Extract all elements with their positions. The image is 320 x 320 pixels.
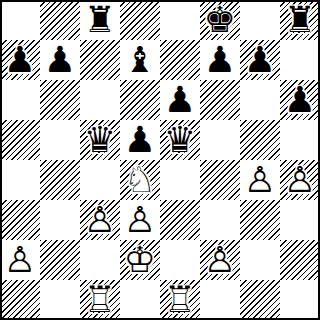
- square-c7[interactable]: [80, 40, 120, 80]
- black-pawn[interactable]: ♟♟: [160, 80, 200, 120]
- white-rook[interactable]: ♜♖: [160, 280, 200, 320]
- square-g1[interactable]: [240, 280, 280, 320]
- square-c6[interactable]: [80, 80, 120, 120]
- square-h2[interactable]: [280, 240, 320, 280]
- black-queen[interactable]: ♛♛: [80, 120, 120, 160]
- square-c3[interactable]: ♟♙: [80, 200, 120, 240]
- square-c4[interactable]: [80, 160, 120, 200]
- square-a1[interactable]: [0, 280, 40, 320]
- square-f1[interactable]: [200, 280, 240, 320]
- piece-glyph: ♜: [80, 0, 120, 40]
- piece-glyph: ♟: [0, 40, 40, 80]
- square-a5[interactable]: [0, 120, 40, 160]
- square-h8[interactable]: ♜♜: [280, 0, 320, 40]
- square-a2[interactable]: ♟♙: [0, 240, 40, 280]
- piece-glyph: ♙: [120, 200, 160, 240]
- white-pawn[interactable]: ♟♙: [80, 200, 120, 240]
- piece-glyph: ♝: [120, 40, 160, 80]
- square-c1[interactable]: ♜♖: [80, 280, 120, 320]
- piece-glyph: ♔: [120, 240, 160, 280]
- square-a6[interactable]: [0, 80, 40, 120]
- piece-glyph: ♛: [80, 120, 120, 160]
- square-e5[interactable]: ♛♛: [160, 120, 200, 160]
- piece-glyph: ♙: [200, 240, 240, 280]
- white-pawn[interactable]: ♟♙: [0, 240, 40, 280]
- square-f2[interactable]: ♟♙: [200, 240, 240, 280]
- black-pawn[interactable]: ♟♟: [120, 120, 160, 160]
- piece-glyph: ♜: [280, 0, 320, 40]
- square-c8[interactable]: ♜♜: [80, 0, 120, 40]
- square-e4[interactable]: [160, 160, 200, 200]
- square-d8[interactable]: [120, 0, 160, 40]
- piece-glyph: ♟: [280, 80, 320, 120]
- square-g2[interactable]: [240, 240, 280, 280]
- white-king[interactable]: ♚♔: [120, 240, 160, 280]
- square-f6[interactable]: [200, 80, 240, 120]
- square-b4[interactable]: [40, 160, 80, 200]
- black-pawn[interactable]: ♟♟: [240, 40, 280, 80]
- white-knight[interactable]: ♞♘: [120, 160, 160, 200]
- square-e1[interactable]: ♜♖: [160, 280, 200, 320]
- black-rook[interactable]: ♜♜: [80, 0, 120, 40]
- white-pawn[interactable]: ♟♙: [280, 160, 320, 200]
- square-a8[interactable]: [0, 0, 40, 40]
- square-h6[interactable]: ♟♟: [280, 80, 320, 120]
- square-a3[interactable]: [0, 200, 40, 240]
- square-e3[interactable]: [160, 200, 200, 240]
- square-g3[interactable]: [240, 200, 280, 240]
- square-g6[interactable]: [240, 80, 280, 120]
- square-d7[interactable]: ♝♝: [120, 40, 160, 80]
- square-d2[interactable]: ♚♔: [120, 240, 160, 280]
- black-pawn[interactable]: ♟♟: [200, 40, 240, 80]
- square-h5[interactable]: [280, 120, 320, 160]
- chess-board: ♜♜♚♚♜♜♟♟♟♟♝♝♟♟♟♟♟♟♟♟♛♛♟♟♛♛♞♘♟♙♟♙♟♙♟♙♟♙♚♔…: [0, 0, 320, 320]
- piece-glyph: ♚: [200, 0, 240, 40]
- square-b8[interactable]: [40, 0, 80, 40]
- square-e2[interactable]: [160, 240, 200, 280]
- chess-diagram: ♜♜♚♚♜♜♟♟♟♟♝♝♟♟♟♟♟♟♟♟♛♛♟♟♛♛♞♘♟♙♟♙♟♙♟♙♟♙♚♔…: [0, 0, 320, 320]
- square-d1[interactable]: [120, 280, 160, 320]
- square-f8[interactable]: ♚♚: [200, 0, 240, 40]
- square-d4[interactable]: ♞♘: [120, 160, 160, 200]
- piece-glyph: ♟: [240, 40, 280, 80]
- black-king[interactable]: ♚♚: [200, 0, 240, 40]
- square-a4[interactable]: [0, 160, 40, 200]
- piece-glyph: ♘: [120, 160, 160, 200]
- black-bishop[interactable]: ♝♝: [120, 40, 160, 80]
- square-b6[interactable]: [40, 80, 80, 120]
- white-pawn[interactable]: ♟♙: [200, 240, 240, 280]
- square-b5[interactable]: [40, 120, 80, 160]
- square-g4[interactable]: ♟♙: [240, 160, 280, 200]
- piece-glyph: ♟: [160, 80, 200, 120]
- square-d3[interactable]: ♟♙: [120, 200, 160, 240]
- square-c2[interactable]: [80, 240, 120, 280]
- black-rook[interactable]: ♜♜: [280, 0, 320, 40]
- square-e6[interactable]: ♟♟: [160, 80, 200, 120]
- square-h3[interactable]: [280, 200, 320, 240]
- black-pawn[interactable]: ♟♟: [280, 80, 320, 120]
- piece-glyph: ♖: [80, 280, 120, 320]
- square-f5[interactable]: [200, 120, 240, 160]
- piece-glyph: ♖: [160, 280, 200, 320]
- square-c5[interactable]: ♛♛: [80, 120, 120, 160]
- white-pawn[interactable]: ♟♙: [240, 160, 280, 200]
- white-pawn[interactable]: ♟♙: [120, 200, 160, 240]
- white-rook[interactable]: ♜♖: [80, 280, 120, 320]
- square-f7[interactable]: ♟♟: [200, 40, 240, 80]
- square-f3[interactable]: [200, 200, 240, 240]
- square-b3[interactable]: [40, 200, 80, 240]
- square-h1[interactable]: [280, 280, 320, 320]
- square-e8[interactable]: [160, 0, 200, 40]
- black-queen[interactable]: ♛♛: [160, 120, 200, 160]
- square-g8[interactable]: [240, 0, 280, 40]
- piece-glyph: ♙: [80, 200, 120, 240]
- piece-glyph: ♛: [160, 120, 200, 160]
- black-pawn[interactable]: ♟♟: [40, 40, 80, 80]
- piece-glyph: ♙: [280, 160, 320, 200]
- piece-glyph: ♟: [120, 120, 160, 160]
- square-h7[interactable]: [280, 40, 320, 80]
- square-b1[interactable]: [40, 280, 80, 320]
- square-g5[interactable]: [240, 120, 280, 160]
- piece-glyph: ♙: [0, 240, 40, 280]
- piece-glyph: ♟: [40, 40, 80, 80]
- piece-glyph: ♟: [200, 40, 240, 80]
- piece-glyph: ♙: [240, 160, 280, 200]
- square-d5[interactable]: ♟♟: [120, 120, 160, 160]
- square-e7[interactable]: [160, 40, 200, 80]
- square-a7[interactable]: ♟♟: [0, 40, 40, 80]
- square-g7[interactable]: ♟♟: [240, 40, 280, 80]
- square-h4[interactable]: ♟♙: [280, 160, 320, 200]
- square-b2[interactable]: [40, 240, 80, 280]
- square-f4[interactable]: [200, 160, 240, 200]
- square-b7[interactable]: ♟♟: [40, 40, 80, 80]
- black-pawn[interactable]: ♟♟: [0, 40, 40, 80]
- square-d6[interactable]: [120, 80, 160, 120]
